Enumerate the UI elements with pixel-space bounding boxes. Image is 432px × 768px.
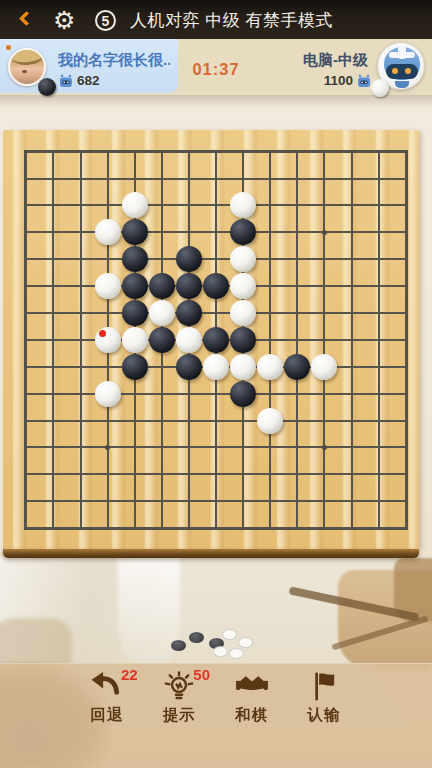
flag-icon: [307, 671, 341, 702]
white-stone: [257, 408, 283, 434]
hint-count-badge: 50: [193, 666, 210, 683]
move-timer: 01:37: [192, 60, 239, 79]
white-stone: [176, 327, 202, 353]
white-stone: [122, 192, 148, 218]
white-stone: [230, 300, 256, 326]
black-stone: [122, 246, 148, 272]
computer-player-name: 电脑-中级: [303, 51, 368, 68]
action-bar: 22 回退 50 提示: [0, 663, 432, 768]
move-number-badge: 5: [95, 10, 116, 31]
black-stone: [230, 381, 256, 407]
black-stone: [122, 219, 148, 245]
last-move-marker: [99, 330, 106, 337]
white-stone: [95, 273, 121, 299]
settings-gear-icon[interactable]: ⚙: [53, 2, 75, 38]
gomoku-board[interactable]: [3, 130, 419, 549]
white-stone: [95, 219, 121, 245]
black-stone: [176, 273, 202, 299]
computer-stone-white-icon: [371, 79, 389, 97]
human-stone-black-icon: [38, 78, 56, 96]
black-stone: [122, 300, 148, 326]
star-point: [322, 445, 327, 450]
black-stone: [176, 246, 202, 272]
hint-button[interactable]: 50 提示: [147, 671, 211, 726]
robot-icon: [356, 74, 372, 88]
white-stone: [203, 354, 229, 380]
black-stone: [230, 327, 256, 353]
computer-rating: 1100: [324, 73, 353, 88]
black-stone: [149, 327, 175, 353]
player-bar: 我的名字很长很.. 682 01:37 电脑-中级 1100: [0, 39, 432, 95]
page-title: 人机对弈 中级 有禁手模式: [130, 0, 333, 39]
black-stone: [149, 273, 175, 299]
notification-dot: [6, 45, 11, 50]
undo-button[interactable]: 22 回退: [75, 671, 139, 726]
robot-icon: [58, 74, 74, 88]
black-stone: [122, 354, 148, 380]
white-stone: [149, 300, 175, 326]
human-rating: 682: [77, 73, 100, 88]
black-stone: [122, 273, 148, 299]
black-stone: [176, 354, 202, 380]
undo-count-badge: 22: [121, 666, 138, 683]
human-player-name: 我的名字很长很..: [58, 51, 170, 70]
robot-visor: [386, 64, 418, 79]
chevron-left-icon: [19, 11, 35, 27]
lightbulb-icon: [162, 671, 196, 702]
handshake-icon: [235, 671, 269, 702]
draw-button[interactable]: 和棋: [220, 671, 284, 726]
player-bar-shadow: [0, 95, 432, 108]
black-stone: [203, 273, 229, 299]
black-stone: [284, 354, 310, 380]
black-stone: [203, 327, 229, 353]
white-stone: [257, 354, 283, 380]
white-stone: [95, 327, 121, 353]
back-button[interactable]: [17, 12, 43, 28]
top-bar: ⚙ 5 人机对弈 中级 有禁手模式: [0, 0, 432, 39]
board-edge-bevel: [3, 549, 419, 558]
black-stone: [176, 300, 202, 326]
white-stone: [230, 354, 256, 380]
star-point: [322, 230, 327, 235]
undo-arrow-icon: [90, 671, 124, 702]
gomoku-app-screen: ⚙ 5 人机对弈 中级 有禁手模式 我的名字很长很.. 682 01:37 电脑…: [0, 0, 432, 768]
white-stone: [122, 327, 148, 353]
resign-button[interactable]: 认输: [292, 671, 356, 726]
white-stone: [95, 381, 121, 407]
